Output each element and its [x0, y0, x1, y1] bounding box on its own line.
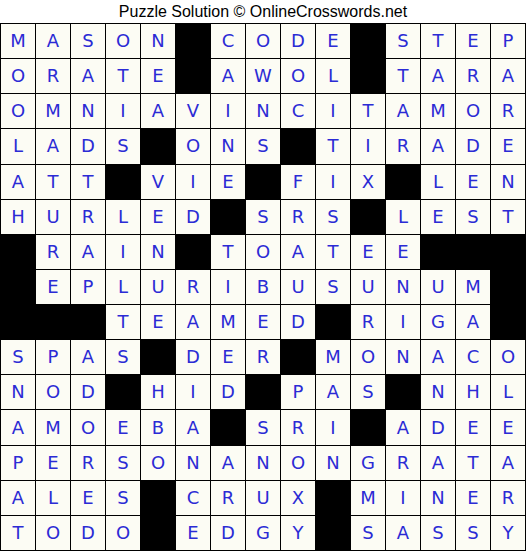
letter-cell: O: [246, 24, 280, 58]
letter-cell: G: [421, 305, 455, 339]
letter-cell: D: [71, 516, 105, 550]
black-cell: [1, 305, 35, 339]
letter-cell: O: [176, 129, 210, 163]
letter-cell: X: [281, 481, 315, 515]
letter-cell: S: [106, 340, 140, 374]
letter-cell: A: [71, 340, 105, 374]
letter-cell: T: [106, 59, 140, 93]
black-cell: [421, 235, 455, 269]
black-cell: [281, 129, 315, 163]
letter-cell: R: [246, 340, 280, 374]
letter-cell: D: [176, 340, 210, 374]
black-cell: [36, 305, 70, 339]
letter-cell: L: [316, 59, 350, 93]
letter-cell: O: [281, 59, 315, 93]
letter-cell: V: [176, 94, 210, 128]
letter-cell: T: [456, 446, 490, 480]
letter-cell: S: [421, 516, 455, 550]
letter-cell: D: [71, 129, 105, 163]
letter-cell: E: [351, 235, 385, 269]
letter-cell: E: [176, 516, 210, 550]
letter-cell: U: [421, 270, 455, 304]
black-cell: [351, 200, 385, 234]
black-cell: [316, 305, 350, 339]
letter-cell: O: [36, 375, 70, 409]
letter-cell: D: [421, 410, 455, 444]
letter-cell: S: [316, 270, 350, 304]
letter-cell: N: [421, 481, 455, 515]
letter-cell: O: [1, 94, 35, 128]
letter-cell: E: [211, 165, 245, 199]
letter-cell: O: [1, 59, 35, 93]
letter-cell: T: [316, 129, 350, 163]
letter-cell: S: [386, 24, 420, 58]
letter-cell: U: [141, 270, 175, 304]
letter-cell: I: [106, 235, 140, 269]
letter-cell: D: [281, 305, 315, 339]
letter-cell: A: [1, 481, 35, 515]
black-cell: [141, 340, 175, 374]
letter-cell: T: [386, 59, 420, 93]
letter-cell: R: [36, 59, 70, 93]
letter-cell: S: [246, 410, 280, 444]
letter-cell: T: [211, 235, 245, 269]
puzzle-title: Puzzle Solution © OnlineCrosswords.net: [0, 0, 526, 23]
crossword-grid: MASONCODESTEPORATEAWOLTARAOMNIAVINCITAMO…: [0, 23, 526, 551]
letter-cell: O: [71, 410, 105, 444]
letter-cell: T: [36, 165, 70, 199]
letter-cell: S: [1, 340, 35, 374]
letter-cell: E: [386, 235, 420, 269]
letter-cell: P: [281, 375, 315, 409]
letter-cell: D: [281, 24, 315, 58]
letter-cell: A: [36, 129, 70, 163]
letter-cell: S: [246, 129, 280, 163]
letter-cell: S: [71, 24, 105, 58]
letter-cell: L: [1, 129, 35, 163]
letter-cell: A: [176, 305, 210, 339]
letter-cell: P: [491, 24, 525, 58]
letter-cell: A: [176, 410, 210, 444]
black-cell: [246, 165, 280, 199]
letter-cell: Y: [281, 516, 315, 550]
black-cell: [351, 24, 385, 58]
letter-cell: I: [386, 305, 420, 339]
letter-cell: I: [106, 94, 140, 128]
letter-cell: M: [456, 270, 490, 304]
black-cell: [141, 129, 175, 163]
letter-cell: E: [36, 270, 70, 304]
letter-cell: E: [421, 200, 455, 234]
letter-cell: N: [246, 94, 280, 128]
letter-cell: A: [421, 340, 455, 374]
letter-cell: E: [36, 446, 70, 480]
black-cell: [1, 235, 35, 269]
black-cell: [141, 481, 175, 515]
black-cell: [491, 235, 525, 269]
letter-cell: D: [71, 375, 105, 409]
black-cell: [386, 165, 420, 199]
letter-cell: E: [141, 305, 175, 339]
letter-cell: R: [71, 446, 105, 480]
letter-cell: N: [141, 235, 175, 269]
letter-cell: I: [351, 129, 385, 163]
letter-cell: D: [211, 516, 245, 550]
letter-cell: T: [106, 305, 140, 339]
letter-cell: E: [71, 481, 105, 515]
letter-cell: O: [456, 94, 490, 128]
letter-cell: M: [351, 481, 385, 515]
black-cell: [246, 375, 280, 409]
letter-cell: E: [456, 410, 490, 444]
letter-cell: P: [1, 446, 35, 480]
letter-cell: E: [456, 165, 490, 199]
letter-cell: R: [211, 481, 245, 515]
letter-cell: M: [316, 340, 350, 374]
letter-cell: U: [36, 200, 70, 234]
letter-cell: R: [456, 59, 490, 93]
letter-cell: N: [246, 446, 280, 480]
letter-cell: S: [456, 200, 490, 234]
letter-cell: I: [316, 165, 350, 199]
letter-cell: F: [281, 165, 315, 199]
black-cell: [316, 481, 350, 515]
letter-cell: I: [386, 481, 420, 515]
letter-cell: O: [246, 235, 280, 269]
letter-cell: N: [1, 375, 35, 409]
letter-cell: R: [71, 200, 105, 234]
letter-cell: T: [491, 200, 525, 234]
letter-cell: S: [456, 516, 490, 550]
black-cell: [281, 340, 315, 374]
letter-cell: R: [281, 200, 315, 234]
black-cell: [211, 200, 245, 234]
letter-cell: I: [316, 410, 350, 444]
letter-cell: E: [141, 59, 175, 93]
letter-cell: E: [491, 129, 525, 163]
letter-cell: O: [491, 340, 525, 374]
letter-cell: L: [386, 200, 420, 234]
letter-cell: L: [421, 165, 455, 199]
letter-cell: O: [36, 516, 70, 550]
letter-cell: I: [316, 94, 350, 128]
letter-cell: C: [281, 94, 315, 128]
letter-cell: T: [421, 24, 455, 58]
letter-cell: H: [456, 375, 490, 409]
letter-cell: A: [491, 446, 525, 480]
letter-cell: A: [491, 59, 525, 93]
letter-cell: E: [491, 410, 525, 444]
letter-cell: R: [386, 129, 420, 163]
letter-cell: R: [386, 446, 420, 480]
letter-cell: A: [421, 129, 455, 163]
black-cell: [211, 410, 245, 444]
letter-cell: R: [351, 305, 385, 339]
letter-cell: O: [106, 24, 140, 58]
letter-cell: O: [141, 446, 175, 480]
letter-cell: H: [141, 375, 175, 409]
letter-cell: E: [141, 200, 175, 234]
letter-cell: A: [1, 410, 35, 444]
letter-cell: T: [71, 165, 105, 199]
letter-cell: U: [351, 270, 385, 304]
letter-cell: E: [246, 305, 280, 339]
letter-cell: M: [36, 410, 70, 444]
letter-cell: A: [281, 235, 315, 269]
letter-cell: O: [106, 516, 140, 550]
letter-cell: A: [71, 235, 105, 269]
letter-cell: E: [211, 340, 245, 374]
letter-cell: T: [1, 516, 35, 550]
letter-cell: R: [176, 270, 210, 304]
letter-cell: N: [176, 446, 210, 480]
letter-cell: M: [211, 305, 245, 339]
letter-cell: A: [421, 59, 455, 93]
letter-cell: A: [211, 446, 245, 480]
letter-cell: I: [211, 94, 245, 128]
letter-cell: N: [141, 24, 175, 58]
black-cell: [106, 375, 140, 409]
letter-cell: E: [456, 481, 490, 515]
letter-cell: E: [456, 24, 490, 58]
letter-cell: R: [281, 410, 315, 444]
letter-cell: L: [106, 200, 140, 234]
letter-cell: I: [176, 165, 210, 199]
letter-cell: A: [141, 94, 175, 128]
black-cell: [141, 516, 175, 550]
black-cell: [71, 305, 105, 339]
letter-cell: A: [386, 94, 420, 128]
letter-cell: G: [246, 516, 280, 550]
letter-cell: A: [386, 410, 420, 444]
letter-cell: S: [316, 200, 350, 234]
letter-cell: S: [106, 129, 140, 163]
black-cell: [491, 305, 525, 339]
letter-cell: U: [246, 481, 280, 515]
letter-cell: S: [106, 481, 140, 515]
letter-cell: A: [36, 24, 70, 58]
letter-cell: T: [351, 94, 385, 128]
letter-cell: T: [316, 235, 350, 269]
letter-cell: N: [211, 129, 245, 163]
letter-cell: O: [281, 446, 315, 480]
letter-cell: N: [386, 340, 420, 374]
letter-cell: B: [246, 270, 280, 304]
black-cell: [176, 24, 210, 58]
letter-cell: W: [246, 59, 280, 93]
black-cell: [176, 59, 210, 93]
letter-cell: M: [36, 94, 70, 128]
letter-cell: R: [36, 235, 70, 269]
letter-cell: L: [106, 270, 140, 304]
letter-cell: M: [1, 24, 35, 58]
letter-cell: I: [211, 270, 245, 304]
black-cell: [491, 270, 525, 304]
letter-cell: X: [351, 165, 385, 199]
letter-cell: E: [316, 24, 350, 58]
black-cell: [176, 235, 210, 269]
letter-cell: I: [176, 375, 210, 409]
letter-cell: D: [176, 200, 210, 234]
letter-cell: P: [71, 270, 105, 304]
letter-cell: C: [456, 340, 490, 374]
black-cell: [386, 375, 420, 409]
letter-cell: R: [491, 481, 525, 515]
letter-cell: L: [491, 375, 525, 409]
letter-cell: A: [211, 59, 245, 93]
letter-cell: A: [456, 305, 490, 339]
letter-cell: H: [1, 200, 35, 234]
letter-cell: S: [106, 446, 140, 480]
letter-cell: D: [211, 375, 245, 409]
black-cell: [456, 235, 490, 269]
black-cell: [351, 59, 385, 93]
letter-cell: A: [316, 375, 350, 409]
letter-cell: M: [421, 94, 455, 128]
letter-cell: N: [386, 270, 420, 304]
letter-cell: S: [351, 516, 385, 550]
black-cell: [316, 516, 350, 550]
letter-cell: N: [421, 375, 455, 409]
letter-cell: O: [351, 340, 385, 374]
letter-cell: S: [246, 200, 280, 234]
letter-cell: U: [281, 270, 315, 304]
black-cell: [106, 165, 140, 199]
letter-cell: A: [386, 516, 420, 550]
letter-cell: N: [71, 94, 105, 128]
letter-cell: A: [1, 165, 35, 199]
letter-cell: B: [141, 410, 175, 444]
black-cell: [351, 410, 385, 444]
letter-cell: A: [421, 446, 455, 480]
letter-cell: A: [71, 59, 105, 93]
letter-cell: G: [351, 446, 385, 480]
letter-cell: V: [141, 165, 175, 199]
letter-cell: E: [106, 410, 140, 444]
letter-cell: C: [211, 24, 245, 58]
letter-cell: C: [176, 481, 210, 515]
letter-cell: P: [36, 340, 70, 374]
letter-cell: L: [36, 481, 70, 515]
letter-cell: R: [491, 94, 525, 128]
letter-cell: N: [491, 165, 525, 199]
letter-cell: S: [351, 375, 385, 409]
letter-cell: D: [456, 129, 490, 163]
letter-cell: N: [316, 446, 350, 480]
black-cell: [1, 270, 35, 304]
letter-cell: Y: [491, 516, 525, 550]
